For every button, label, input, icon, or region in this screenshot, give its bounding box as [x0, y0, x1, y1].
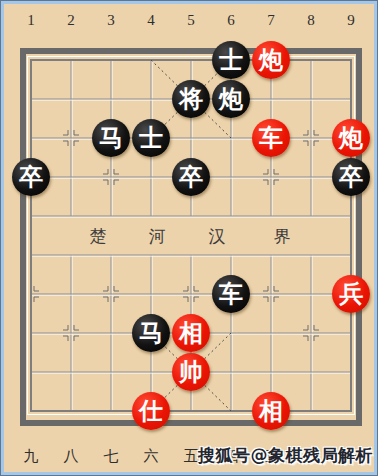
- piece-black-soldier[interactable]: 卒: [172, 158, 210, 196]
- piece-red-elephant[interactable]: 相: [172, 314, 210, 352]
- watermark: 搜狐号@象棋残局解析: [198, 444, 373, 467]
- piece-red-advisor[interactable]: 仕: [132, 392, 170, 430]
- piece-black-advisor[interactable]: 士: [212, 41, 250, 79]
- piece-red-elephant[interactable]: 相: [252, 392, 290, 430]
- piece-black-soldier[interactable]: 卒: [332, 158, 370, 196]
- piece-red-cannon[interactable]: 炮: [252, 41, 290, 79]
- piece-black-soldier[interactable]: 卒: [12, 158, 50, 196]
- piece-black-general[interactable]: 将: [172, 80, 210, 118]
- piece-red-cannon[interactable]: 炮: [332, 119, 370, 157]
- piece-red-chariot[interactable]: 车: [252, 119, 290, 157]
- piece-black-cannon[interactable]: 炮: [212, 80, 250, 118]
- piece-black-advisor[interactable]: 士: [132, 119, 170, 157]
- piece-grid: 士炮将炮马士车炮卒卒卒车兵马相帅仕相: [11, 41, 371, 431]
- piece-red-general[interactable]: 帅: [172, 353, 210, 391]
- piece-black-horse[interactable]: 马: [92, 119, 130, 157]
- piece-black-horse[interactable]: 马: [132, 314, 170, 352]
- piece-red-soldier[interactable]: 兵: [332, 275, 370, 313]
- piece-black-chariot[interactable]: 车: [212, 275, 250, 313]
- xiangqi-screenshot: 123456789 楚河汉界 士炮将炮马士车炮卒卒卒车兵马相帅仕相 九八七六五四…: [0, 0, 378, 476]
